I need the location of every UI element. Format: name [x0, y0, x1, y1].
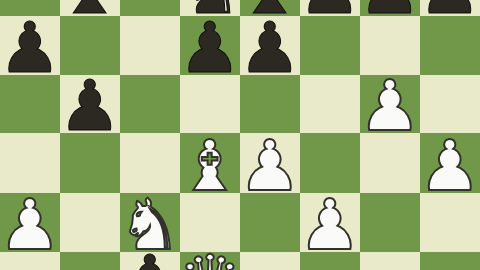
square-g2[interactable]	[360, 252, 420, 270]
square-h7[interactable]: ♟	[420, 0, 480, 16]
square-f3[interactable]: ♟	[300, 193, 360, 252]
square-c5[interactable]	[120, 75, 180, 133]
square-g7[interactable]: ♟	[360, 0, 420, 16]
square-e6[interactable]: ♟	[240, 16, 300, 75]
square-b5[interactable]: ♟	[60, 75, 120, 133]
square-c6[interactable]	[120, 16, 180, 75]
piece-white-pawn-h4[interactable]: ♟	[419, 131, 480, 201]
piece-black-pawn-g7[interactable]: ♟	[359, 0, 422, 24]
piece-black-pawn-c2[interactable]: ♟	[119, 246, 182, 270]
piece-white-queen-d2[interactable]: ♛	[179, 246, 242, 270]
piece-white-pawn-g5[interactable]: ♟	[359, 71, 422, 141]
square-h2[interactable]	[420, 252, 480, 270]
square-f7[interactable]: ♟	[300, 0, 360, 16]
square-e2[interactable]	[240, 252, 300, 270]
square-c7[interactable]	[120, 0, 180, 16]
square-a6[interactable]: ♟	[0, 16, 60, 75]
piece-black-pawn-b5[interactable]: ♟	[59, 71, 122, 141]
square-c2[interactable]: ♟	[120, 252, 180, 270]
square-g5[interactable]: ♟	[360, 75, 420, 133]
square-d2[interactable]: ♛	[180, 252, 240, 270]
square-b3[interactable]	[60, 193, 120, 252]
square-b2[interactable]	[60, 252, 120, 270]
piece-black-bishop-b7[interactable]: ♝	[59, 0, 122, 24]
piece-white-pawn-e4[interactable]: ♟	[239, 131, 302, 201]
square-a3[interactable]: ♟	[0, 193, 60, 252]
chess-board: ♝♞♝♟♟♟♟♟♟♟♟♝♟♟♟♞♟♟♛	[0, 0, 480, 270]
piece-white-bishop-d4[interactable]: ♝	[179, 131, 242, 201]
square-b7[interactable]: ♝	[60, 0, 120, 16]
piece-black-pawn-h7[interactable]: ♟	[419, 0, 480, 24]
piece-black-pawn-d6[interactable]: ♟	[179, 13, 242, 83]
square-d6[interactable]: ♟	[180, 16, 240, 75]
piece-white-pawn-f3[interactable]: ♟	[299, 190, 362, 260]
piece-black-pawn-a6[interactable]: ♟	[0, 13, 61, 83]
piece-black-pawn-e6[interactable]: ♟	[239, 13, 302, 83]
square-e4[interactable]: ♟	[240, 133, 300, 193]
square-d4[interactable]: ♝	[180, 133, 240, 193]
square-g3[interactable]	[360, 193, 420, 252]
piece-white-pawn-a3[interactable]: ♟	[0, 190, 61, 260]
piece-black-pawn-f7[interactable]: ♟	[299, 0, 362, 24]
square-f5[interactable]	[300, 75, 360, 133]
square-h4[interactable]: ♟	[420, 133, 480, 193]
